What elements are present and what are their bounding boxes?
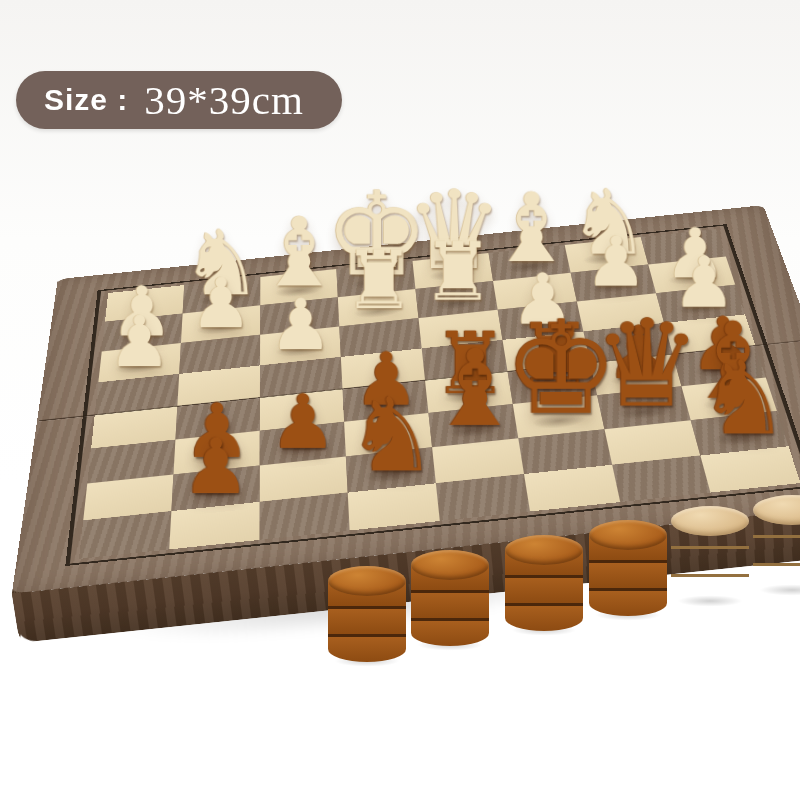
white-pawn-b7: ♟: [190, 271, 252, 336]
square-c6: ♟: [260, 326, 341, 365]
brown-knight-d2: ♞: [346, 387, 438, 484]
white-rook-d7: ♜: [343, 243, 415, 319]
square-d2: ♞: [346, 447, 436, 492]
square-g3: ♛: [597, 386, 691, 429]
brown-bishop-e3: ♝: [427, 338, 522, 439]
product-photo: { "badge": { "label": "Size :", "value":…: [0, 0, 800, 800]
square-g2: [604, 420, 700, 465]
white-pawn-c6: ♟: [269, 291, 332, 358]
square-c1: [259, 493, 349, 540]
size-value: 39*39cm: [144, 76, 304, 124]
square-a1: [79, 511, 171, 559]
white-pawn-g7: ♟: [585, 229, 647, 294]
square-b1: [169, 502, 259, 550]
brown-knight-h2: ♞: [698, 350, 790, 447]
brown-pawn-c3: ♟: [269, 386, 336, 457]
brown-queen-g3: ♛: [593, 307, 701, 422]
chess-board: ♞♝♚♛♝♞♟♟♜♜♟♟♟♟♟♟♟♜♜♟♟♟♟♝♚♛♝♟♞♞: [12, 205, 800, 593]
square-d1: [348, 483, 440, 530]
square-e7: ♜: [415, 281, 497, 318]
square-f1: [524, 465, 620, 512]
brown-pawn-b2: ♟: [181, 430, 250, 503]
board-grid: ♞♝♚♛♝♞♟♟♜♜♟♟♟♟♟♟♟♜♜♟♟♟♟♝♚♛♝♟♞♞: [79, 229, 800, 559]
white-pawn-a6: ♟: [107, 308, 170, 375]
white-rook-e7: ♜: [422, 235, 494, 311]
square-c3: ♟: [260, 422, 346, 466]
playing-area: ♞♝♚♛♝♞♟♟♜♜♟♟♟♟♟♟♟♜♜♟♟♟♟♝♚♛♝♟♞♞: [65, 224, 800, 566]
size-badge: Size : 39*39cm: [16, 71, 342, 129]
square-g1: [612, 456, 710, 502]
square-h1: [700, 446, 800, 492]
size-label: Size :: [44, 83, 128, 117]
square-e1: [436, 474, 530, 521]
square-e2: [432, 438, 524, 483]
board-scene: ♞♝♚♛♝♞♟♟♜♜♟♟♟♟♟♟♟♜♜♟♟♟♟♝♚♛♝♟♞♞: [0, 110, 800, 800]
